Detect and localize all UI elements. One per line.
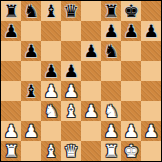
piece-black-pawn[interactable]: ♟ (83, 41, 98, 61)
piece-white-pawn[interactable]: ♟ (43, 81, 58, 101)
square-f4[interactable] (101, 81, 121, 101)
square-g5[interactable] (121, 61, 141, 81)
square-d8[interactable]: ♛ (61, 1, 81, 21)
piece-black-pawn[interactable]: ♟ (123, 21, 138, 41)
square-b8[interactable]: ♞ (21, 1, 41, 21)
square-a6[interactable] (1, 41, 21, 61)
square-c5[interactable]: ♟ (41, 61, 61, 81)
piece-white-pawn[interactable]: ♟ (3, 121, 18, 141)
piece-white-pawn[interactable]: ♟ (23, 121, 38, 141)
piece-black-pawn[interactable]: ♟ (43, 61, 58, 81)
square-h7[interactable]: ♟ (141, 21, 161, 41)
piece-black-bishop[interactable]: ♝ (43, 1, 58, 21)
piece-black-pawn[interactable]: ♟ (143, 21, 158, 41)
piece-white-pawn[interactable]: ♟ (63, 81, 78, 101)
square-d6[interactable] (61, 41, 81, 61)
square-b5[interactable] (21, 61, 41, 81)
square-f8[interactable]: ♜ (101, 1, 121, 21)
square-d7[interactable] (61, 21, 81, 41)
square-e7[interactable] (81, 21, 101, 41)
square-g4[interactable] (121, 81, 141, 101)
square-e4[interactable] (81, 81, 101, 101)
piece-white-bishop[interactable]: ♝ (63, 101, 78, 121)
piece-white-pawn[interactable]: ♟ (83, 101, 98, 121)
square-b6[interactable]: ♟ (21, 41, 41, 61)
square-c3[interactable]: ♞ (41, 101, 61, 121)
square-a7[interactable]: ♟ (1, 21, 21, 41)
square-a3[interactable] (1, 101, 21, 121)
piece-white-queen[interactable]: ♛ (63, 141, 78, 161)
square-c7[interactable] (41, 21, 61, 41)
square-g8[interactable]: ♚ (121, 1, 141, 21)
square-f1[interactable]: ♜ (101, 141, 121, 161)
square-f5[interactable] (101, 61, 121, 81)
piece-black-rook[interactable]: ♜ (103, 1, 118, 21)
piece-white-rook[interactable]: ♜ (3, 141, 18, 161)
square-b4[interactable]: ♝ (21, 81, 41, 101)
square-g7[interactable]: ♟ (121, 21, 141, 41)
square-f6[interactable]: ♞ (101, 41, 121, 61)
square-f2[interactable]: ♟ (101, 121, 121, 141)
square-b7[interactable] (21, 21, 41, 41)
square-a2[interactable]: ♟ (1, 121, 21, 141)
square-a1[interactable]: ♜ (1, 141, 21, 161)
square-h4[interactable] (141, 81, 161, 101)
square-h1[interactable] (141, 141, 161, 161)
square-e8[interactable] (81, 1, 101, 21)
square-d4[interactable]: ♟ (61, 81, 81, 101)
square-c6[interactable] (41, 41, 61, 61)
square-f7[interactable]: ♟ (101, 21, 121, 41)
piece-black-king[interactable]: ♚ (123, 1, 138, 21)
piece-black-queen[interactable]: ♛ (63, 1, 78, 21)
square-c4[interactable]: ♟ (41, 81, 61, 101)
piece-black-knight[interactable]: ♞ (23, 1, 38, 21)
square-e2[interactable] (81, 121, 101, 141)
piece-black-knight[interactable]: ♞ (103, 41, 118, 61)
square-e3[interactable]: ♟ (81, 101, 101, 121)
piece-white-pawn[interactable]: ♟ (143, 121, 158, 141)
square-a5[interactable] (1, 61, 21, 81)
square-h8[interactable] (141, 1, 161, 21)
chess-board: ♜♞♝♛♜♚♟♟♟♟♟♟♞♟♟♝♟♟♞♝♟♞♟♟♟♟♟♜♝♛♜♚ (1, 1, 161, 161)
piece-white-king[interactable]: ♚ (123, 141, 138, 161)
square-d1[interactable]: ♛ (61, 141, 81, 161)
piece-black-pawn[interactable]: ♟ (103, 21, 118, 41)
piece-white-knight[interactable]: ♞ (103, 101, 118, 121)
square-c1[interactable]: ♝ (41, 141, 61, 161)
square-a8[interactable]: ♜ (1, 1, 21, 21)
square-g1[interactable]: ♚ (121, 141, 141, 161)
square-e1[interactable] (81, 141, 101, 161)
piece-black-pawn[interactable]: ♟ (23, 41, 38, 61)
piece-white-knight[interactable]: ♞ (43, 101, 58, 121)
piece-black-bishop[interactable]: ♝ (23, 81, 38, 101)
piece-white-rook[interactable]: ♜ (103, 141, 118, 161)
square-b3[interactable] (21, 101, 41, 121)
square-d3[interactable]: ♝ (61, 101, 81, 121)
square-h5[interactable] (141, 61, 161, 81)
square-c2[interactable] (41, 121, 61, 141)
square-f3[interactable]: ♞ (101, 101, 121, 121)
square-b1[interactable] (21, 141, 41, 161)
piece-white-pawn[interactable]: ♟ (103, 121, 118, 141)
square-e6[interactable]: ♟ (81, 41, 101, 61)
piece-black-pawn[interactable]: ♟ (3, 21, 18, 41)
square-b2[interactable]: ♟ (21, 121, 41, 141)
square-d2[interactable] (61, 121, 81, 141)
chess-board-frame: ♜♞♝♛♜♚♟♟♟♟♟♟♞♟♟♝♟♟♞♝♟♞♟♟♟♟♟♜♝♛♜♚ (0, 0, 162, 162)
piece-black-rook[interactable]: ♜ (3, 1, 18, 21)
square-g2[interactable]: ♟ (121, 121, 141, 141)
square-g6[interactable] (121, 41, 141, 61)
square-h3[interactable] (141, 101, 161, 121)
piece-white-bishop[interactable]: ♝ (43, 141, 58, 161)
square-h6[interactable] (141, 41, 161, 61)
square-h2[interactable]: ♟ (141, 121, 161, 141)
piece-white-pawn[interactable]: ♟ (123, 121, 138, 141)
square-c8[interactable]: ♝ (41, 1, 61, 21)
square-g3[interactable] (121, 101, 141, 121)
square-d5[interactable]: ♟ (61, 61, 81, 81)
square-a4[interactable] (1, 81, 21, 101)
square-e5[interactable] (81, 61, 101, 81)
piece-black-pawn[interactable]: ♟ (63, 61, 78, 81)
